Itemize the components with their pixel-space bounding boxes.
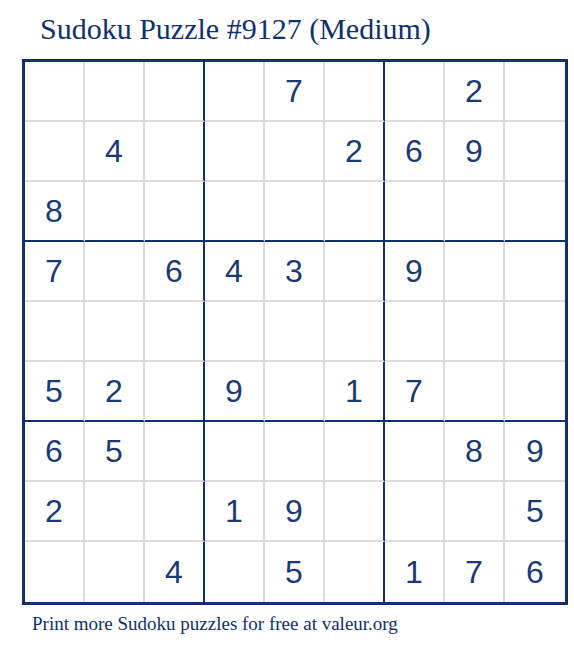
sudoku-cell-r7c5 [265,422,325,482]
sudoku-cell-r6c8 [445,362,505,422]
sudoku-cell-r2c5 [265,122,325,182]
given-digit: 4 [105,135,123,167]
sudoku-cell-r1c4 [205,62,265,122]
given-digit: 4 [165,556,183,588]
sudoku-cell-r7c3 [145,422,205,482]
given-digit: 5 [285,556,303,588]
sudoku-grid: 724269876439529176589219545176 [22,59,568,605]
sudoku-cell-r3c7 [385,182,445,242]
sudoku-cell-r3c8 [445,182,505,242]
sudoku-cell-r5c4 [205,302,265,362]
sudoku-cell-r5c3 [145,302,205,362]
sudoku-cell-r1c3 [145,62,205,122]
given-digit: 5 [526,495,544,527]
sudoku-cell-r1c7 [385,62,445,122]
sudoku-cell-r4c1: 7 [25,242,85,302]
sudoku-cell-r2c2: 4 [85,122,145,182]
sudoku-cell-r8c5: 9 [265,482,325,542]
sudoku-cell-r4c8 [445,242,505,302]
sudoku-cell-r1c2 [85,62,145,122]
given-digit: 8 [45,195,63,227]
sudoku-cell-r5c1 [25,302,85,362]
sudoku-cell-r6c1: 5 [25,362,85,422]
sudoku-cell-r8c9: 5 [505,482,565,542]
given-digit: 1 [345,375,363,407]
given-digit: 2 [345,135,363,167]
sudoku-cell-r1c9 [505,62,565,122]
given-digit: 7 [465,556,483,588]
sudoku-cell-r9c2 [85,542,145,602]
sudoku-cell-r8c6 [325,482,385,542]
sudoku-cell-r5c6 [325,302,385,362]
sudoku-cell-r5c8 [445,302,505,362]
given-digit: 2 [465,75,483,107]
sudoku-cell-r9c4 [205,542,265,602]
sudoku-cell-r5c2 [85,302,145,362]
sudoku-cell-r4c4: 4 [205,242,265,302]
given-digit: 7 [405,375,423,407]
sudoku-cell-r9c3: 4 [145,542,205,602]
given-digit: 6 [45,435,63,467]
sudoku-cell-r2c4 [205,122,265,182]
sudoku-cell-r1c1 [25,62,85,122]
given-digit: 9 [285,495,303,527]
sudoku-cell-r4c9 [505,242,565,302]
given-digit: 2 [45,495,63,527]
given-digit: 5 [45,375,63,407]
sudoku-cell-r8c3 [145,482,205,542]
given-digit: 9 [526,435,544,467]
given-digit: 6 [526,556,544,588]
sudoku-cell-r7c9: 9 [505,422,565,482]
given-digit: 7 [285,75,303,107]
sudoku-cell-r1c6 [325,62,385,122]
sudoku-cell-r6c6: 1 [325,362,385,422]
sudoku-cell-r9c7: 1 [385,542,445,602]
given-digit: 9 [465,135,483,167]
given-digit: 6 [165,255,183,287]
given-digit: 5 [105,435,123,467]
sudoku-cell-r3c5 [265,182,325,242]
given-digit: 3 [285,255,303,287]
given-digit: 4 [225,255,243,287]
sudoku-cell-r2c6: 2 [325,122,385,182]
sudoku-cell-r3c1: 8 [25,182,85,242]
sudoku-cell-r9c6 [325,542,385,602]
sudoku-cell-r9c8: 7 [445,542,505,602]
sudoku-cell-r1c8: 2 [445,62,505,122]
sudoku-cell-r2c7: 6 [385,122,445,182]
sudoku-cell-r1c5: 7 [265,62,325,122]
sudoku-cell-r8c1: 2 [25,482,85,542]
sudoku-cell-r8c7 [385,482,445,542]
sudoku-cell-r2c1 [25,122,85,182]
sudoku-cell-r7c8: 8 [445,422,505,482]
sudoku-cell-r6c2: 2 [85,362,145,422]
sudoku-cell-r7c1: 6 [25,422,85,482]
sudoku-cell-r7c7 [385,422,445,482]
given-digit: 9 [225,375,243,407]
sudoku-cell-r6c7: 7 [385,362,445,422]
sudoku-cell-r3c9 [505,182,565,242]
sudoku-cell-r5c7 [385,302,445,362]
sudoku-cell-r4c7: 9 [385,242,445,302]
sudoku-cell-r3c3 [145,182,205,242]
sudoku-cell-r2c9 [505,122,565,182]
sudoku-cell-r7c6 [325,422,385,482]
sudoku-cell-r6c5 [265,362,325,422]
sudoku-cell-r2c8: 9 [445,122,505,182]
sudoku-cell-r6c9 [505,362,565,422]
sudoku-cell-r8c8 [445,482,505,542]
footer-text: Print more Sudoku puzzles for free at va… [32,613,398,635]
given-digit: 7 [45,255,63,287]
given-digit: 1 [225,495,243,527]
page-title: Sudoku Puzzle #9127 (Medium) [40,12,431,46]
sudoku-cell-r4c2 [85,242,145,302]
given-digit: 6 [405,135,423,167]
sudoku-cell-r8c2 [85,482,145,542]
sudoku-cell-r8c4: 1 [205,482,265,542]
given-digit: 8 [465,435,483,467]
sudoku-cell-r4c5: 3 [265,242,325,302]
sudoku-cell-r3c4 [205,182,265,242]
sudoku-cell-r2c3 [145,122,205,182]
sudoku-cell-r7c4 [205,422,265,482]
sudoku-cell-r5c5 [265,302,325,362]
sudoku-cell-r9c1 [25,542,85,602]
sudoku-cell-r4c6 [325,242,385,302]
sudoku-cell-r7c2: 5 [85,422,145,482]
sudoku-cell-r6c3 [145,362,205,422]
sudoku-cell-r5c9 [505,302,565,362]
sudoku-cell-r4c3: 6 [145,242,205,302]
sudoku-cell-r9c5: 5 [265,542,325,602]
given-digit: 9 [405,255,423,287]
given-digit: 2 [105,375,123,407]
sudoku-cell-r9c9: 6 [505,542,565,602]
sudoku-cell-r3c6 [325,182,385,242]
sudoku-cell-r3c2 [85,182,145,242]
sudoku-cell-r6c4: 9 [205,362,265,422]
given-digit: 1 [405,556,423,588]
